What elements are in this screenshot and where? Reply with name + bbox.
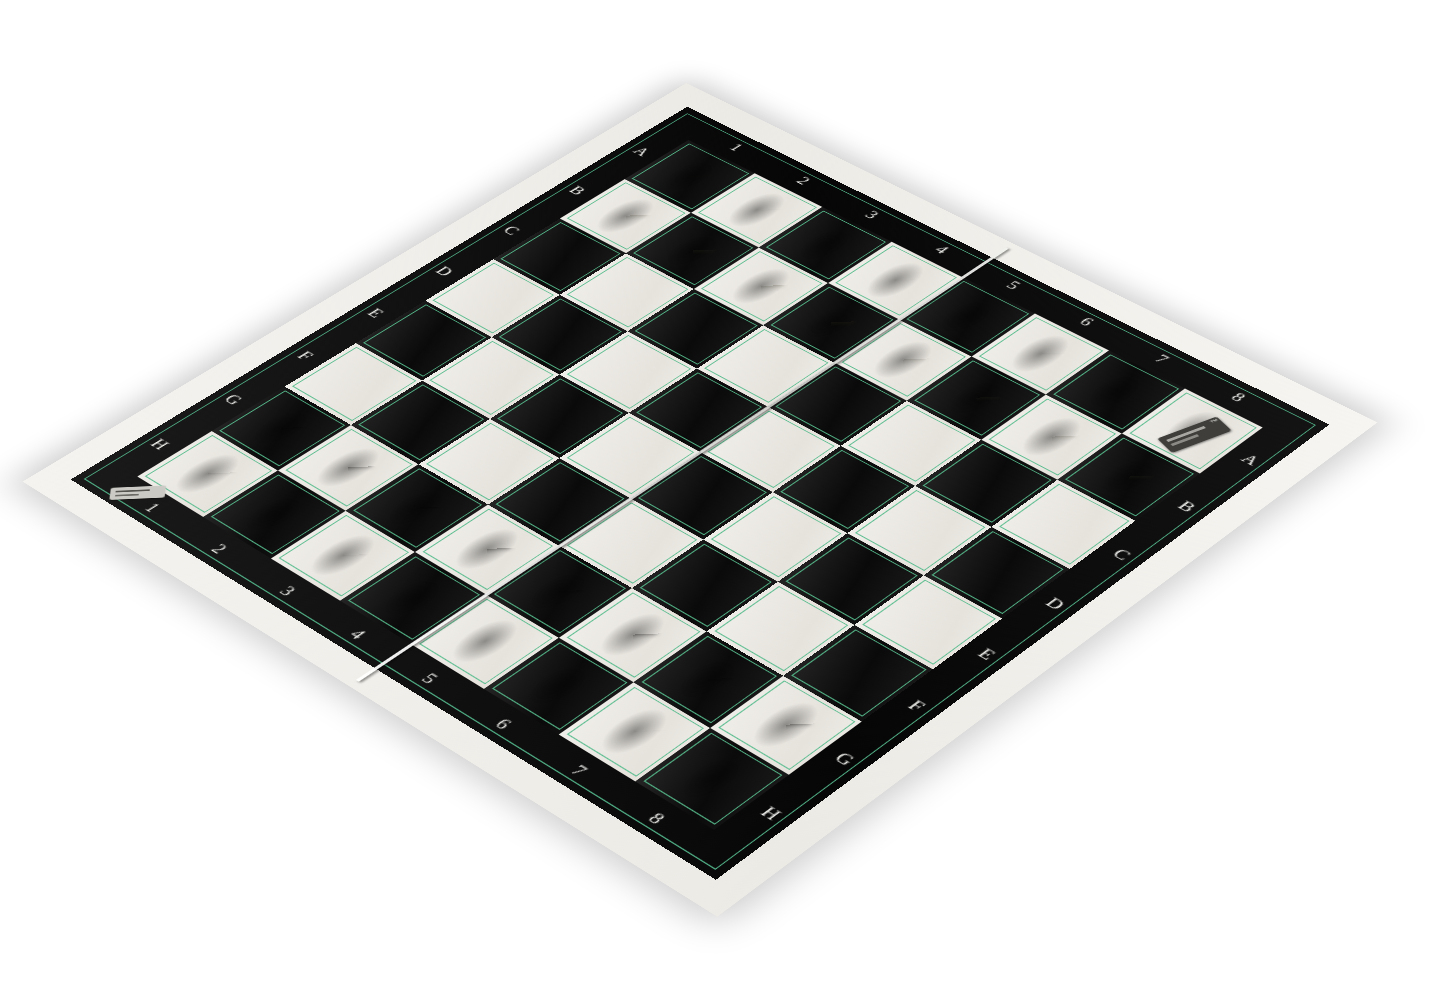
square-d4[interactable] (629, 369, 768, 452)
board-border-band: ♜♟♟♜♞♟♟♞♝♟♟♝♛♟♟♛♚♟♟♚♝♟♟♝♞♟♟♞♜♟♟♜™ HH11GG… (71, 107, 1330, 880)
square-h8[interactable]: ♜ (635, 728, 788, 830)
photo-scene: ♜♟♟♜♞♟♟♞♝♟♟♝♛♟♟♛♚♟♟♚♝♟♟♝♞♟♟♞♜♟♟♜™ HH11GG… (0, 0, 1445, 1000)
piece-black-rook[interactable]: ♜ (608, 682, 812, 791)
chess-grid: ♜♟♟♜♞♟♟♞♝♟♟♝♛♟♟♛♚♟♟♚♝♟♟♝♞♟♟♞♜♟♟♜™ (137, 140, 1262, 830)
brand-sticker-left (109, 485, 166, 500)
piece-white-pawn[interactable]: ♟ (1033, 401, 1222, 489)
vinyl-mat: ♜♟♟♜♞♟♟♞♝♟♟♝♛♟♟♛♚♟♟♚♝♟♟♝♞♟♟♞♜♟♟♜™ HH11GG… (23, 83, 1378, 917)
